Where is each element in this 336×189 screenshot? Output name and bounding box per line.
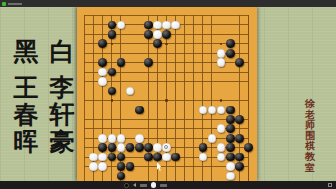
move-label bbox=[140, 184, 147, 187]
black-stone bbox=[235, 134, 244, 143]
white-stone bbox=[98, 77, 107, 86]
black-stone bbox=[144, 21, 153, 30]
white-stone bbox=[162, 21, 171, 30]
black-stone bbox=[135, 143, 144, 152]
white-stone bbox=[108, 134, 117, 143]
black-stone bbox=[226, 39, 235, 48]
white-stone bbox=[208, 134, 217, 143]
black-stone bbox=[117, 162, 126, 171]
tatami-background: 黑王春晖 白李轩豪 徐老师围棋教室 bbox=[0, 7, 336, 181]
star-point bbox=[220, 99, 222, 101]
app-window: 黑王春晖 白李轩豪 徐老师围棋教室 bbox=[0, 0, 336, 189]
black-stone bbox=[235, 115, 244, 124]
black-player-name-char: 春 bbox=[14, 101, 39, 128]
black-player-name-char: 晖 bbox=[14, 128, 39, 155]
white-stone bbox=[98, 162, 107, 171]
black-stone bbox=[235, 162, 244, 171]
white-stone bbox=[153, 30, 162, 39]
white-stone bbox=[217, 49, 226, 58]
black-stone bbox=[108, 143, 117, 152]
app-icon bbox=[2, 2, 6, 6]
white-stone bbox=[98, 134, 107, 143]
white-stone bbox=[117, 134, 126, 143]
white-stone bbox=[135, 134, 144, 143]
white-toggle-icon[interactable] bbox=[151, 182, 156, 187]
move-label-2 bbox=[160, 184, 167, 187]
black-stone bbox=[108, 30, 117, 39]
black-stone bbox=[153, 39, 162, 48]
black-stone bbox=[226, 49, 235, 58]
classroom-banner: 徐老师围棋教室 bbox=[299, 99, 321, 173]
window-titlebar[interactable] bbox=[0, 0, 336, 7]
black-stone bbox=[226, 124, 235, 133]
white-player-panel: 白李轩豪 bbox=[45, 38, 79, 155]
black-stone bbox=[235, 58, 244, 67]
black-stone bbox=[226, 134, 235, 143]
white-player-name-char: 豪 bbox=[50, 128, 75, 155]
black-stone bbox=[226, 153, 235, 162]
black-stone bbox=[135, 106, 144, 115]
black-player-name-char: 王 bbox=[14, 74, 39, 101]
white-player-name-char: 李 bbox=[50, 74, 75, 101]
white-stone bbox=[226, 162, 235, 171]
black-stone-icon[interactable] bbox=[124, 183, 129, 188]
grid-icon[interactable] bbox=[328, 183, 332, 187]
black-player-label: 黑 bbox=[14, 38, 39, 65]
black-stone bbox=[144, 153, 153, 162]
white-player-name-char: 轩 bbox=[50, 101, 75, 128]
star-point bbox=[111, 99, 113, 101]
black-stone bbox=[235, 153, 244, 162]
white-stone bbox=[171, 21, 180, 30]
white-stone bbox=[153, 21, 162, 30]
white-stone bbox=[153, 143, 162, 152]
white-player-label: 白 bbox=[50, 38, 75, 65]
black-stone bbox=[244, 143, 253, 152]
window-title-text bbox=[8, 3, 22, 5]
black-stone bbox=[144, 30, 153, 39]
black-stone bbox=[226, 115, 235, 124]
prev-icon[interactable] bbox=[133, 183, 136, 187]
banner-char: 室 bbox=[305, 163, 315, 174]
banner-char: 教 bbox=[305, 152, 315, 163]
star-point bbox=[165, 99, 167, 101]
white-stone bbox=[226, 172, 235, 181]
black-stone bbox=[153, 153, 162, 162]
black-stone bbox=[144, 58, 153, 67]
star-point bbox=[111, 43, 113, 45]
black-stone bbox=[226, 143, 235, 152]
banner-char: 徐 bbox=[305, 99, 315, 110]
go-board[interactable] bbox=[77, 7, 257, 181]
taskbar-controls[interactable] bbox=[124, 181, 167, 189]
black-stone bbox=[144, 143, 153, 152]
taskbar[interactable] bbox=[0, 181, 336, 189]
white-stone bbox=[89, 162, 98, 171]
black-stone bbox=[226, 106, 235, 115]
black-player-panel: 黑王春晖 bbox=[9, 38, 43, 155]
star-point bbox=[165, 43, 167, 45]
black-stone bbox=[199, 143, 208, 152]
black-stone bbox=[162, 30, 171, 39]
